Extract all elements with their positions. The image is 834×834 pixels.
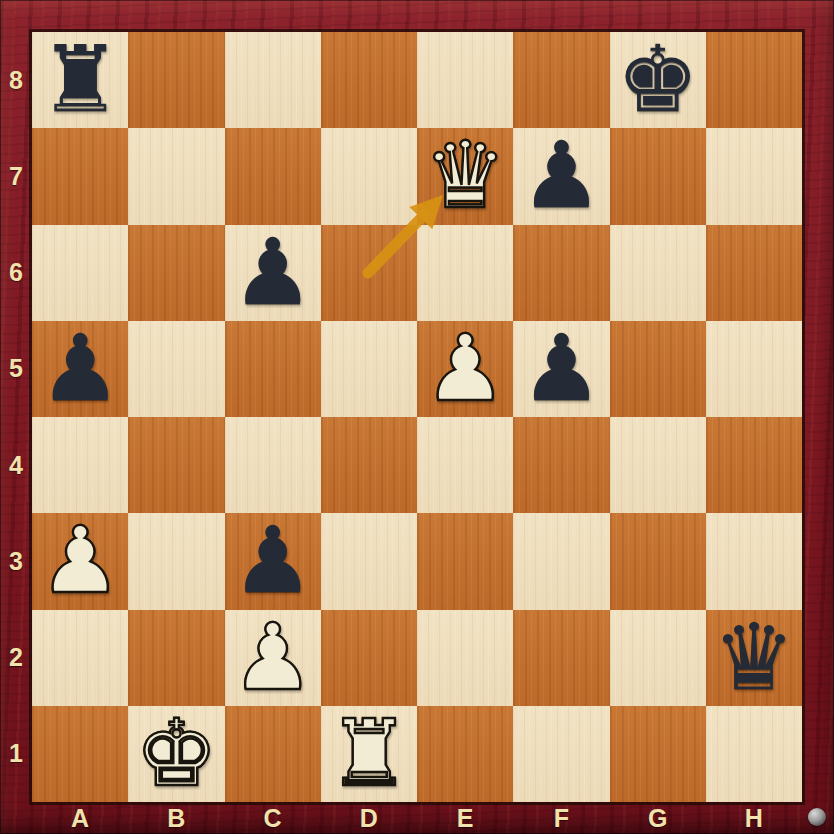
square-c3[interactable]: ♟ xyxy=(225,513,321,609)
square-g8[interactable]: ♚ xyxy=(610,32,706,128)
square-c7[interactable] xyxy=(225,128,321,224)
square-d2[interactable] xyxy=(321,610,417,706)
square-f5[interactable]: ♟ xyxy=(513,321,609,417)
rank-label-6: 6 xyxy=(9,258,23,287)
piece-white-pawn-a3[interactable]: ♟ xyxy=(39,513,121,609)
piece-black-pawn-a5[interactable]: ♟ xyxy=(39,321,121,417)
square-c6[interactable]: ♟ xyxy=(225,225,321,321)
square-f4[interactable] xyxy=(513,417,609,513)
square-g7[interactable] xyxy=(610,128,706,224)
chess-board-frame: 87654321 ♜♚♛♟♟♟♟♟♟♟♟♛♚♜ ABCDEFGH xyxy=(0,0,834,834)
square-h4[interactable] xyxy=(706,417,802,513)
piece-white-rook-d1[interactable]: ♜ xyxy=(328,706,410,802)
square-c4[interactable] xyxy=(225,417,321,513)
file-label-c: C xyxy=(264,804,282,833)
square-b7[interactable] xyxy=(128,128,224,224)
square-h1[interactable] xyxy=(706,706,802,802)
square-a5[interactable]: ♟ xyxy=(32,321,128,417)
square-e2[interactable] xyxy=(417,610,513,706)
square-g6[interactable] xyxy=(610,225,706,321)
square-e4[interactable] xyxy=(417,417,513,513)
file-labels: ABCDEFGH xyxy=(32,802,802,834)
rank-label-2: 2 xyxy=(9,643,23,672)
square-e5[interactable]: ♟ xyxy=(417,321,513,417)
rank-label-8: 8 xyxy=(9,66,23,95)
square-f3[interactable] xyxy=(513,513,609,609)
piece-black-pawn-c6[interactable]: ♟ xyxy=(231,225,313,321)
rank-label-3: 3 xyxy=(9,547,23,576)
piece-black-pawn-f5[interactable]: ♟ xyxy=(520,321,602,417)
square-a2[interactable] xyxy=(32,610,128,706)
rank-label-1: 1 xyxy=(9,739,23,768)
square-d6[interactable] xyxy=(321,225,417,321)
square-c2[interactable]: ♟ xyxy=(225,610,321,706)
square-h7[interactable] xyxy=(706,128,802,224)
file-label-a: A xyxy=(71,804,89,833)
square-d3[interactable] xyxy=(321,513,417,609)
square-a3[interactable]: ♟ xyxy=(32,513,128,609)
square-f6[interactable] xyxy=(513,225,609,321)
piece-white-pawn-c2[interactable]: ♟ xyxy=(231,610,313,706)
piece-black-king-g8[interactable]: ♚ xyxy=(616,32,698,128)
square-e1[interactable] xyxy=(417,706,513,802)
square-h6[interactable] xyxy=(706,225,802,321)
square-d5[interactable] xyxy=(321,321,417,417)
file-label-g: G xyxy=(648,804,667,833)
square-a7[interactable] xyxy=(32,128,128,224)
square-h5[interactable] xyxy=(706,321,802,417)
square-h3[interactable] xyxy=(706,513,802,609)
square-c8[interactable] xyxy=(225,32,321,128)
piece-black-pawn-c3[interactable]: ♟ xyxy=(231,513,313,609)
piece-white-pawn-e5[interactable]: ♟ xyxy=(424,321,506,417)
rank-labels: 87654321 xyxy=(0,32,32,802)
square-b6[interactable] xyxy=(128,225,224,321)
square-b2[interactable] xyxy=(128,610,224,706)
rank-label-5: 5 xyxy=(9,354,23,383)
square-d8[interactable] xyxy=(321,32,417,128)
square-b3[interactable] xyxy=(128,513,224,609)
file-label-d: D xyxy=(360,804,378,833)
square-e3[interactable] xyxy=(417,513,513,609)
square-f8[interactable] xyxy=(513,32,609,128)
chess-board[interactable]: ♜♚♛♟♟♟♟♟♟♟♟♛♚♜ xyxy=(32,32,802,802)
square-f1[interactable] xyxy=(513,706,609,802)
square-c1[interactable] xyxy=(225,706,321,802)
square-h8[interactable] xyxy=(706,32,802,128)
square-f7[interactable]: ♟ xyxy=(513,128,609,224)
square-g1[interactable] xyxy=(610,706,706,802)
square-e8[interactable] xyxy=(417,32,513,128)
square-a1[interactable] xyxy=(32,706,128,802)
square-a6[interactable] xyxy=(32,225,128,321)
square-e7[interactable]: ♛ xyxy=(417,128,513,224)
rank-label-7: 7 xyxy=(9,162,23,191)
piece-black-queen-h2[interactable]: ♛ xyxy=(713,610,795,706)
square-d1[interactable]: ♜ xyxy=(321,706,417,802)
side-to-move-indicator xyxy=(808,808,826,826)
square-b1[interactable]: ♚ xyxy=(128,706,224,802)
rank-label-4: 4 xyxy=(9,451,23,480)
file-label-e: E xyxy=(457,804,474,833)
square-b4[interactable] xyxy=(128,417,224,513)
square-c5[interactable] xyxy=(225,321,321,417)
piece-black-pawn-f7[interactable]: ♟ xyxy=(520,128,602,224)
square-b5[interactable] xyxy=(128,321,224,417)
square-d7[interactable] xyxy=(321,128,417,224)
square-e6[interactable] xyxy=(417,225,513,321)
square-d4[interactable] xyxy=(321,417,417,513)
square-f2[interactable] xyxy=(513,610,609,706)
file-label-b: B xyxy=(167,804,185,833)
square-g2[interactable] xyxy=(610,610,706,706)
piece-white-queen-e7[interactable]: ♛ xyxy=(424,128,506,224)
square-g3[interactable] xyxy=(610,513,706,609)
piece-white-king-b1[interactable]: ♚ xyxy=(135,706,217,802)
square-a4[interactable] xyxy=(32,417,128,513)
square-b8[interactable] xyxy=(128,32,224,128)
square-g5[interactable] xyxy=(610,321,706,417)
file-label-h: H xyxy=(745,804,763,833)
square-g4[interactable] xyxy=(610,417,706,513)
piece-black-rook-a8[interactable]: ♜ xyxy=(39,32,121,128)
square-a8[interactable]: ♜ xyxy=(32,32,128,128)
square-h2[interactable]: ♛ xyxy=(706,610,802,706)
file-label-f: F xyxy=(554,804,569,833)
